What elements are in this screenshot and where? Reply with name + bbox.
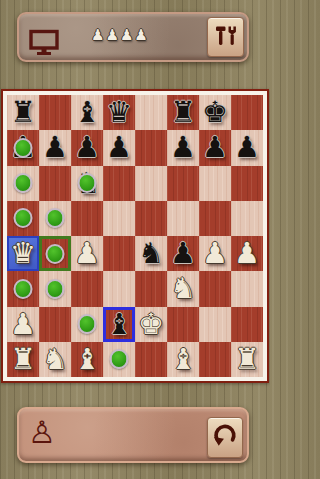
square-b4[interactable]: [39, 236, 71, 271]
square-h2[interactable]: [231, 307, 263, 342]
piece-white-bishop: ♝: [170, 345, 196, 374]
square-b1[interactable]: ♞: [39, 342, 71, 377]
tools-button[interactable]: [207, 17, 244, 57]
square-e5[interactable]: [135, 201, 167, 236]
captured-white-pawn: ♟: [91, 28, 104, 43]
undo-button[interactable]: [207, 417, 243, 458]
square-f5[interactable]: [167, 201, 199, 236]
captured-white-pawn: ♟: [134, 28, 147, 43]
piece-black-knight: ♞: [138, 239, 164, 268]
legal-move-dot: [46, 244, 65, 264]
square-a3[interactable]: [7, 271, 39, 306]
square-f7[interactable]: ♟: [167, 130, 199, 165]
piece-black-bishop: ♝: [106, 310, 132, 339]
captured-pieces-tray: ♟♟♟♟: [91, 28, 148, 43]
square-f3[interactable]: ♞: [167, 271, 199, 306]
square-g3[interactable]: [199, 271, 231, 306]
square-a1[interactable]: ♜: [7, 342, 39, 377]
piece-black-rook: ♜: [10, 98, 36, 127]
square-c5[interactable]: [71, 201, 103, 236]
piece-black-pawn: ♟: [170, 133, 196, 162]
square-d2[interactable]: ♝: [103, 307, 135, 342]
piece-white-queen: ♛: [10, 239, 36, 268]
square-e3[interactable]: [135, 271, 167, 306]
square-h8[interactable]: [231, 95, 263, 130]
square-g1[interactable]: [199, 342, 231, 377]
piece-black-pawn: ♟: [170, 239, 196, 268]
piece-black-pawn: ♟: [74, 133, 100, 162]
square-h5[interactable]: [231, 201, 263, 236]
piece-white-pawn: ♟: [74, 239, 100, 268]
square-d4[interactable]: [103, 236, 135, 271]
square-c6[interactable]: ♞: [71, 166, 103, 201]
square-c4[interactable]: ♟: [71, 236, 103, 271]
square-e2[interactable]: ♚: [135, 307, 167, 342]
square-e6[interactable]: [135, 166, 167, 201]
square-b6[interactable]: [39, 166, 71, 201]
piece-white-knight: ♞: [170, 274, 196, 303]
legal-move-dot: [46, 279, 65, 299]
square-g6[interactable]: [199, 166, 231, 201]
square-d6[interactable]: [103, 166, 135, 201]
legal-move-dot: [78, 314, 97, 334]
square-d3[interactable]: [103, 271, 135, 306]
square-h1[interactable]: ♜: [231, 342, 263, 377]
legal-move-dot: [14, 208, 33, 228]
square-c3[interactable]: [71, 271, 103, 306]
square-e4[interactable]: ♞: [135, 236, 167, 271]
piece-black-pawn: ♟: [202, 133, 228, 162]
legal-move-dot: [78, 173, 97, 193]
square-a8[interactable]: ♜: [7, 95, 39, 130]
piece-white-pawn: ♟: [234, 239, 260, 268]
piece-black-king: ♚: [202, 98, 228, 127]
square-d7[interactable]: ♟: [103, 130, 135, 165]
captured-white-pawn: ♟: [105, 28, 118, 43]
piece-white-rook: ♜: [10, 345, 36, 374]
square-b2[interactable]: [39, 307, 71, 342]
square-a7[interactable]: ♟: [7, 130, 39, 165]
square-g2[interactable]: [199, 307, 231, 342]
square-c2[interactable]: [71, 307, 103, 342]
square-h3[interactable]: [231, 271, 263, 306]
computer-button[interactable]: [28, 29, 60, 59]
captured-white-pawn: ♟: [120, 28, 133, 43]
piece-white-pawn: ♟: [10, 310, 36, 339]
square-a5[interactable]: [7, 201, 39, 236]
square-c7[interactable]: ♟: [71, 130, 103, 165]
square-b3[interactable]: [39, 271, 71, 306]
square-f4[interactable]: ♟: [167, 236, 199, 271]
square-h4[interactable]: ♟: [231, 236, 263, 271]
square-e1[interactable]: [135, 342, 167, 377]
legal-move-dot: [14, 173, 33, 193]
square-g8[interactable]: ♚: [199, 95, 231, 130]
chess-board: ♜♝♛♜♚♟♟♟♟♟♟♟♞♛♟♞♟♟♟♞♟♝♚♜♞♝♝♜: [7, 95, 263, 377]
square-h6[interactable]: [231, 166, 263, 201]
monitor-icon: [28, 44, 60, 59]
legal-move-dot: [110, 349, 129, 369]
board-frame: ♜♝♛♜♚♟♟♟♟♟♟♟♞♛♟♞♟♟♟♞♟♝♚♜♞♝♝♜: [1, 89, 269, 383]
player-pawn-button[interactable]: ♙: [19, 409, 65, 461]
legal-move-dot: [14, 279, 33, 299]
undo-icon: [212, 423, 238, 452]
piece-white-knight: ♞: [42, 345, 68, 374]
square-f6[interactable]: [167, 166, 199, 201]
square-g7[interactable]: ♟: [199, 130, 231, 165]
square-c8[interactable]: ♝: [71, 95, 103, 130]
piece-white-pawn: ♟: [202, 239, 228, 268]
legal-move-dot: [46, 208, 65, 228]
legal-move-dot: [14, 138, 33, 158]
piece-black-queen: ♛: [106, 98, 132, 127]
square-g5[interactable]: [199, 201, 231, 236]
piece-black-bishop: ♝: [74, 98, 100, 127]
square-b5[interactable]: [39, 201, 71, 236]
piece-white-rook: ♜: [234, 345, 260, 374]
square-a4[interactable]: ♛: [7, 236, 39, 271]
pawn-icon: ♙: [28, 417, 56, 448]
piece-black-pawn: ♟: [106, 133, 132, 162]
square-e7[interactable]: [135, 130, 167, 165]
square-d1[interactable]: [103, 342, 135, 377]
square-f2[interactable]: [167, 307, 199, 342]
square-f8[interactable]: ♜: [167, 95, 199, 130]
top-toolbar: ♟♟♟♟: [17, 12, 249, 62]
piece-black-rook: ♜: [170, 98, 196, 127]
square-e8[interactable]: [135, 95, 167, 130]
square-b8[interactable]: [39, 95, 71, 130]
square-a6[interactable]: [7, 166, 39, 201]
piece-white-bishop: ♝: [74, 345, 100, 374]
square-g4[interactable]: ♟: [199, 236, 231, 271]
piece-black-pawn: ♟: [234, 133, 260, 162]
square-d8[interactable]: ♛: [103, 95, 135, 130]
square-b7[interactable]: ♟: [39, 130, 71, 165]
square-d5[interactable]: [103, 201, 135, 236]
square-a2[interactable]: ♟: [7, 307, 39, 342]
square-h7[interactable]: ♟: [231, 130, 263, 165]
square-f1[interactable]: ♝: [167, 342, 199, 377]
bottom-toolbar: ♙: [17, 407, 249, 463]
piece-black-pawn: ♟: [42, 133, 68, 162]
square-c1[interactable]: ♝: [71, 342, 103, 377]
piece-white-king: ♚: [138, 310, 164, 339]
tools-icon: [214, 24, 238, 51]
